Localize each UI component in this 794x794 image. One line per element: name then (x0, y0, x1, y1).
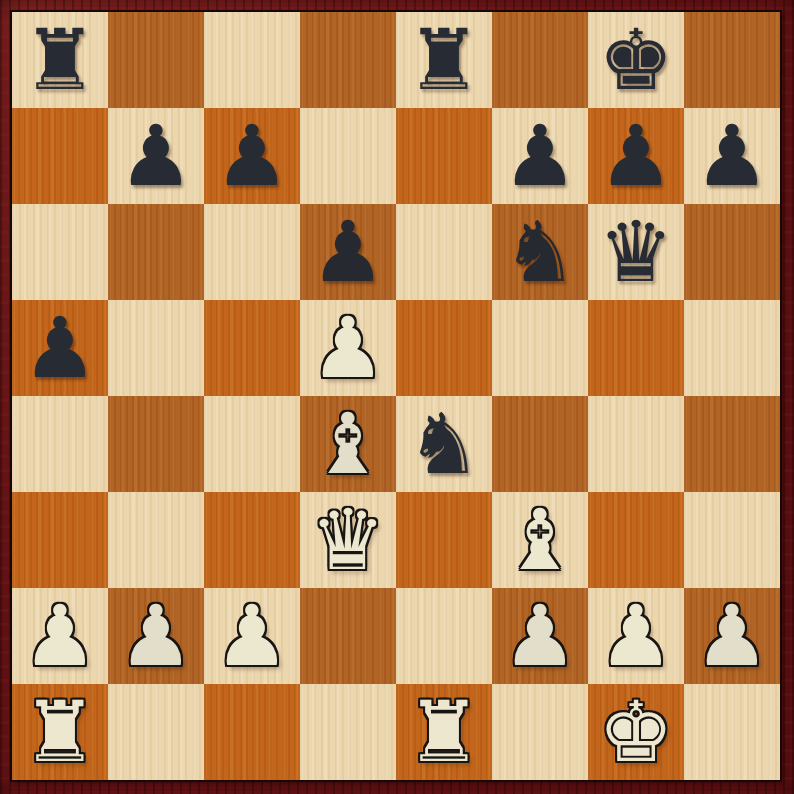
square-b8[interactable] (108, 12, 204, 108)
square-b3[interactable] (108, 492, 204, 588)
white-pawn[interactable]: ♟ (214, 588, 289, 684)
square-g2[interactable]: ♟ (588, 588, 684, 684)
square-e2[interactable] (396, 588, 492, 684)
square-b5[interactable] (108, 300, 204, 396)
black-queen[interactable]: ♛ (598, 204, 673, 300)
black-pawn[interactable]: ♟ (22, 300, 97, 396)
square-d3[interactable]: ♛ (300, 492, 396, 588)
black-rook[interactable]: ♜ (406, 12, 481, 108)
white-bishop[interactable]: ♝ (310, 396, 385, 492)
square-g1[interactable]: ♚ (588, 684, 684, 780)
square-h6[interactable] (684, 204, 780, 300)
black-rook[interactable]: ♜ (22, 12, 97, 108)
black-knight[interactable]: ♞ (502, 204, 577, 300)
square-e1[interactable]: ♜ (396, 684, 492, 780)
square-e3[interactable] (396, 492, 492, 588)
square-c1[interactable] (204, 684, 300, 780)
square-c4[interactable] (204, 396, 300, 492)
square-g3[interactable] (588, 492, 684, 588)
square-a6[interactable] (12, 204, 108, 300)
square-h2[interactable]: ♟ (684, 588, 780, 684)
square-f4[interactable] (492, 396, 588, 492)
square-a4[interactable] (12, 396, 108, 492)
square-g7[interactable]: ♟ (588, 108, 684, 204)
square-h8[interactable] (684, 12, 780, 108)
white-pawn[interactable]: ♟ (598, 588, 673, 684)
white-bishop[interactable]: ♝ (502, 492, 577, 588)
square-f1[interactable] (492, 684, 588, 780)
chess-board: ♜♜♚♟♟♟♟♟♟♞♛♟♟♝♞♛♝♟♟♟♟♟♟♜♜♚ (10, 10, 782, 782)
square-a8[interactable]: ♜ (12, 12, 108, 108)
black-pawn[interactable]: ♟ (214, 108, 289, 204)
black-pawn[interactable]: ♟ (502, 108, 577, 204)
square-c6[interactable] (204, 204, 300, 300)
square-g4[interactable] (588, 396, 684, 492)
square-a1[interactable]: ♜ (12, 684, 108, 780)
square-h5[interactable] (684, 300, 780, 396)
square-b7[interactable]: ♟ (108, 108, 204, 204)
black-knight[interactable]: ♞ (406, 396, 481, 492)
square-d4[interactable]: ♝ (300, 396, 396, 492)
white-king[interactable]: ♚ (598, 684, 673, 780)
square-a2[interactable]: ♟ (12, 588, 108, 684)
square-e4[interactable]: ♞ (396, 396, 492, 492)
square-f8[interactable] (492, 12, 588, 108)
black-pawn[interactable]: ♟ (118, 108, 193, 204)
square-c2[interactable]: ♟ (204, 588, 300, 684)
square-c5[interactable] (204, 300, 300, 396)
square-a3[interactable] (12, 492, 108, 588)
square-d7[interactable] (300, 108, 396, 204)
square-f3[interactable]: ♝ (492, 492, 588, 588)
square-e6[interactable] (396, 204, 492, 300)
square-b1[interactable] (108, 684, 204, 780)
black-pawn[interactable]: ♟ (310, 204, 385, 300)
square-c8[interactable] (204, 12, 300, 108)
square-e8[interactable]: ♜ (396, 12, 492, 108)
white-rook[interactable]: ♜ (22, 684, 97, 780)
square-h7[interactable]: ♟ (684, 108, 780, 204)
square-d1[interactable] (300, 684, 396, 780)
black-pawn[interactable]: ♟ (694, 108, 769, 204)
square-d8[interactable] (300, 12, 396, 108)
black-pawn[interactable]: ♟ (598, 108, 673, 204)
square-f2[interactable]: ♟ (492, 588, 588, 684)
square-g8[interactable]: ♚ (588, 12, 684, 108)
square-b4[interactable] (108, 396, 204, 492)
square-h4[interactable] (684, 396, 780, 492)
square-a7[interactable] (12, 108, 108, 204)
square-d2[interactable] (300, 588, 396, 684)
square-a5[interactable]: ♟ (12, 300, 108, 396)
square-g6[interactable]: ♛ (588, 204, 684, 300)
square-b2[interactable]: ♟ (108, 588, 204, 684)
square-b6[interactable] (108, 204, 204, 300)
square-e5[interactable] (396, 300, 492, 396)
square-h3[interactable] (684, 492, 780, 588)
white-pawn[interactable]: ♟ (310, 300, 385, 396)
white-pawn[interactable]: ♟ (694, 588, 769, 684)
white-queen[interactable]: ♛ (310, 492, 385, 588)
white-rook[interactable]: ♜ (406, 684, 481, 780)
square-c3[interactable] (204, 492, 300, 588)
square-d5[interactable]: ♟ (300, 300, 396, 396)
square-e7[interactable] (396, 108, 492, 204)
board-frame: ♜♜♚♟♟♟♟♟♟♞♛♟♟♝♞♛♝♟♟♟♟♟♟♜♜♚ (0, 0, 794, 794)
white-pawn[interactable]: ♟ (22, 588, 97, 684)
square-f7[interactable]: ♟ (492, 108, 588, 204)
white-pawn[interactable]: ♟ (118, 588, 193, 684)
square-c7[interactable]: ♟ (204, 108, 300, 204)
white-pawn[interactable]: ♟ (502, 588, 577, 684)
square-h1[interactable] (684, 684, 780, 780)
square-d6[interactable]: ♟ (300, 204, 396, 300)
square-f6[interactable]: ♞ (492, 204, 588, 300)
square-f5[interactable] (492, 300, 588, 396)
black-king[interactable]: ♚ (598, 12, 673, 108)
square-g5[interactable] (588, 300, 684, 396)
